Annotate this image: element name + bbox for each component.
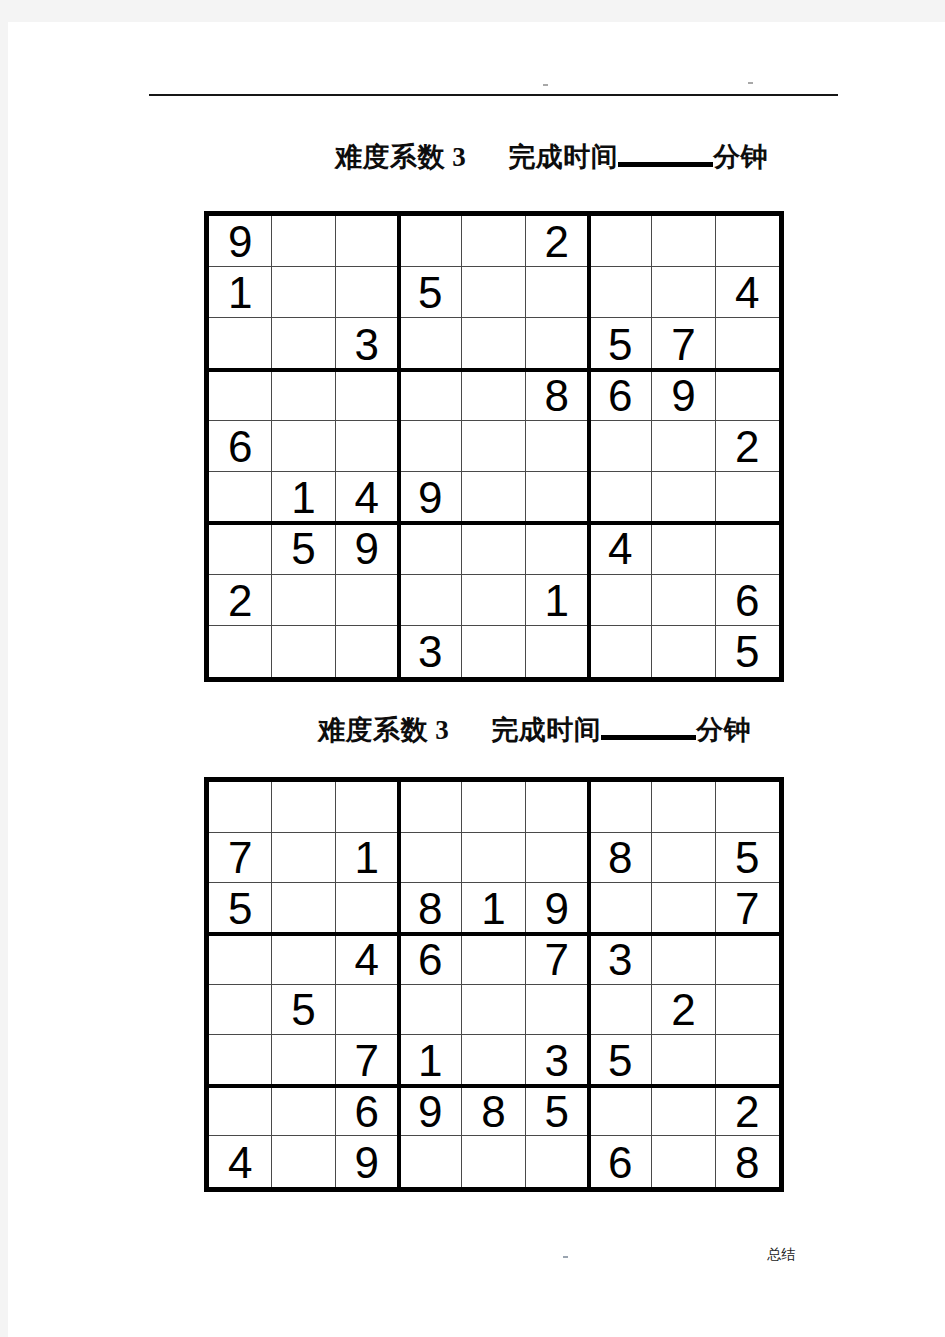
sudoku-cell-r7c7[interactable]: 4: [589, 523, 652, 574]
sudoku-cell-r8c2[interactable]: [272, 1136, 335, 1187]
sudoku-cell-r4c6[interactable]: 8: [526, 370, 589, 421]
summary-note: 总结: [767, 1246, 795, 1264]
sudoku-cell-r5c9[interactable]: 2: [716, 421, 779, 472]
sudoku-cell-r2c5[interactable]: [462, 833, 525, 884]
sudoku-cell-r5c3[interactable]: [336, 985, 399, 1036]
sudoku-cell-r8c8[interactable]: [652, 1136, 715, 1187]
header-rule: [149, 94, 838, 96]
sudoku-cell-r3c2[interactable]: [272, 883, 335, 934]
sudoku-cell-r2c8[interactable]: [652, 833, 715, 884]
document-canvas: 难度系数 3完成时间分钟 921543578696214959421635 难度…: [0, 0, 945, 1337]
sudoku-cell-r3c7[interactable]: 5: [589, 318, 652, 369]
sudoku-grid-2: 7185581974673527135698524968: [204, 777, 784, 1192]
sudoku-cell-r6c9[interactable]: [716, 1035, 779, 1086]
sudoku-cell-r7c6[interactable]: [526, 523, 589, 574]
sudoku-cell-r3c9[interactable]: [716, 318, 779, 369]
sudoku-cell-r4c8[interactable]: [652, 934, 715, 985]
sudoku-cell-r1c5[interactable]: [462, 216, 525, 267]
sudoku-cell-r5c4[interactable]: [399, 421, 462, 472]
sudoku-cell-r6c1[interactable]: [209, 1035, 272, 1086]
sudoku-cell-r4c3[interactable]: [336, 370, 399, 421]
minutes-label: 分钟: [696, 715, 751, 745]
sudoku-cell-r2c4[interactable]: [399, 833, 462, 884]
sudoku-cell-r7c4[interactable]: 9: [399, 1086, 462, 1137]
sudoku-cell-r3c7[interactable]: [589, 883, 652, 934]
sudoku-cell-r8c9[interactable]: 6: [716, 575, 779, 626]
sudoku-cell-r9c8[interactable]: [652, 626, 715, 677]
sudoku-cell-r1c7[interactable]: [589, 216, 652, 267]
sudoku-cell-r5c1[interactable]: [209, 985, 272, 1036]
sudoku-cell-r7c3[interactable]: 6: [336, 1086, 399, 1137]
sudoku-cell-r3c1[interactable]: 5: [209, 883, 272, 934]
sudoku-cell-r1c5[interactable]: [462, 782, 525, 833]
sudoku-cell-r4c4[interactable]: 6: [399, 934, 462, 985]
sudoku-cell-r2c8[interactable]: [652, 267, 715, 318]
sudoku-cell-r4c9[interactable]: [716, 934, 779, 985]
sudoku-cell-r4c2[interactable]: [272, 370, 335, 421]
sudoku-cell-r2c3[interactable]: [336, 267, 399, 318]
sudoku-cell-r7c5[interactable]: 8: [462, 1086, 525, 1137]
sudoku-cell-r7c1[interactable]: [209, 523, 272, 574]
sudoku-cell-r6c4[interactable]: 1: [399, 1035, 462, 1086]
sudoku-cell-r3c4[interactable]: 8: [399, 883, 462, 934]
sudoku-cell-r1c9[interactable]: [716, 782, 779, 833]
sudoku-cell-r9c3[interactable]: [336, 626, 399, 677]
difficulty-label: 难度系数 3: [318, 715, 449, 745]
sudoku-cell-r3c3[interactable]: 3: [336, 318, 399, 369]
sudoku-cell-r1c1[interactable]: 9: [209, 216, 272, 267]
sudoku-cell-r8c9[interactable]: 8: [716, 1136, 779, 1187]
completion-time-blank: [601, 735, 696, 740]
sudoku-cell-r2c1[interactable]: 1: [209, 267, 272, 318]
sudoku-cell-r3c2[interactable]: [272, 318, 335, 369]
sudoku-cell-r6c8[interactable]: [652, 472, 715, 523]
sudoku-cell-r6c4[interactable]: 9: [399, 472, 462, 523]
sudoku-cell-r5c5[interactable]: [462, 421, 525, 472]
puzzle-2-title: 难度系数 3完成时间分钟: [318, 713, 751, 747]
sudoku-cell-r7c8[interactable]: [652, 523, 715, 574]
sudoku-cell-r3c9[interactable]: 7: [716, 883, 779, 934]
sudoku-cell-r2c7[interactable]: 8: [589, 833, 652, 884]
sudoku-cell-r1c4[interactable]: [399, 216, 462, 267]
sudoku-cell-r4c2[interactable]: [272, 934, 335, 985]
sudoku-cell-r1c6[interactable]: 2: [526, 216, 589, 267]
completion-time-label: 完成时间: [508, 142, 618, 172]
sudoku-cell-r7c2[interactable]: [272, 1086, 335, 1137]
completion-time-label: 完成时间: [491, 715, 601, 745]
sudoku-cell-r6c8[interactable]: [652, 1035, 715, 1086]
sudoku-cell-r2c5[interactable]: [462, 267, 525, 318]
sudoku-cell-r9c9[interactable]: 5: [716, 626, 779, 677]
sudoku-cell-r9c7[interactable]: [589, 626, 652, 677]
sudoku-cell-r3c3[interactable]: [336, 883, 399, 934]
sudoku-cell-r6c3[interactable]: 4: [336, 472, 399, 523]
sudoku-cell-r2c3[interactable]: 1: [336, 833, 399, 884]
sudoku-cell-r5c1[interactable]: 6: [209, 421, 272, 472]
sudoku-cell-r1c8[interactable]: [652, 782, 715, 833]
sudoku-cell-r5c3[interactable]: [336, 421, 399, 472]
sudoku-cell-r7c3[interactable]: 9: [336, 523, 399, 574]
sudoku-cell-r5c6[interactable]: [526, 985, 589, 1036]
sudoku-cell-r4c5[interactable]: [462, 370, 525, 421]
sudoku-cell-r6c3[interactable]: 7: [336, 1035, 399, 1086]
sudoku-cell-r1c3[interactable]: [336, 782, 399, 833]
sudoku-cell-r5c2[interactable]: [272, 421, 335, 472]
sudoku-cell-r1c7[interactable]: [589, 782, 652, 833]
sudoku-cell-r5c7[interactable]: [589, 985, 652, 1036]
sudoku-cell-r3c1[interactable]: [209, 318, 272, 369]
sudoku-cell-r9c4[interactable]: 3: [399, 626, 462, 677]
sudoku-cell-r2c6[interactable]: [526, 267, 589, 318]
sudoku-cell-r8c4[interactable]: [399, 1136, 462, 1187]
sudoku-cell-r7c9[interactable]: 2: [716, 1086, 779, 1137]
sudoku-cell-r1c9[interactable]: [716, 216, 779, 267]
completion-time-blank: [618, 162, 713, 167]
difficulty-label: 难度系数 3: [335, 142, 466, 172]
sudoku-cell-r9c6[interactable]: [526, 626, 589, 677]
sudoku-cell-r1c6[interactable]: [526, 782, 589, 833]
sudoku-cell-r1c2[interactable]: [272, 782, 335, 833]
sudoku-cell-r5c8[interactable]: 2: [652, 985, 715, 1036]
sudoku-cell-r1c8[interactable]: [652, 216, 715, 267]
sudoku-cell-r4c1[interactable]: [209, 370, 272, 421]
sudoku-cell-r8c1[interactable]: 2: [209, 575, 272, 626]
sudoku-cell-r4c9[interactable]: [716, 370, 779, 421]
sudoku-cell-r8c6[interactable]: [526, 1136, 589, 1187]
sudoku-cell-r5c9[interactable]: [716, 985, 779, 1036]
sudoku-cell-r6c2[interactable]: [272, 1035, 335, 1086]
sudoku-cell-r4c6[interactable]: 7: [526, 934, 589, 985]
sudoku-cell-r8c4[interactable]: [399, 575, 462, 626]
sudoku-cell-r6c7[interactable]: 5: [589, 1035, 652, 1086]
sudoku-cell-r5c5[interactable]: [462, 985, 525, 1036]
sudoku-cell-r1c2[interactable]: [272, 216, 335, 267]
sudoku-cell-r2c7[interactable]: [589, 267, 652, 318]
sudoku-cell-r4c7[interactable]: 6: [589, 370, 652, 421]
sudoku-cell-r6c6[interactable]: 3: [526, 1035, 589, 1086]
sudoku-cell-r6c6[interactable]: [526, 472, 589, 523]
sudoku-cell-r5c2[interactable]: 5: [272, 985, 335, 1036]
puzzle-1-title: 难度系数 3完成时间分钟: [335, 140, 768, 174]
sudoku-cell-r7c8[interactable]: [652, 1086, 715, 1137]
sudoku-cell-r2c2[interactable]: [272, 833, 335, 884]
sudoku-cell-r3c6[interactable]: 9: [526, 883, 589, 934]
sudoku-cell-r6c1[interactable]: [209, 472, 272, 523]
sudoku-cell-r7c1[interactable]: [209, 1086, 272, 1137]
sudoku-cell-r3c4[interactable]: [399, 318, 462, 369]
sudoku-cell-r8c2[interactable]: [272, 575, 335, 626]
sudoku-cell-r8c6[interactable]: 1: [526, 575, 589, 626]
sudoku-cell-r2c1[interactable]: 7: [209, 833, 272, 884]
artifact-dot: [543, 84, 548, 86]
sudoku-cell-r7c5[interactable]: [462, 523, 525, 574]
sudoku-cell-r2c2[interactable]: [272, 267, 335, 318]
sudoku-cell-r5c6[interactable]: [526, 421, 589, 472]
sudoku-cell-r4c3[interactable]: 4: [336, 934, 399, 985]
sudoku-cell-r4c7[interactable]: 3: [589, 934, 652, 985]
sudoku-cell-r5c7[interactable]: [589, 421, 652, 472]
sudoku-cell-r8c5[interactable]: [462, 575, 525, 626]
artifact-dot: [563, 1256, 568, 1258]
sudoku-cell-r6c7[interactable]: [589, 472, 652, 523]
sudoku-cell-r6c2[interactable]: 1: [272, 472, 335, 523]
sudoku-cell-r2c4[interactable]: 5: [399, 267, 462, 318]
sudoku-cell-r8c3[interactable]: 9: [336, 1136, 399, 1187]
sudoku-cell-r5c8[interactable]: [652, 421, 715, 472]
sudoku-cell-r7c9[interactable]: [716, 523, 779, 574]
minutes-label: 分钟: [713, 142, 768, 172]
sudoku-cell-r4c4[interactable]: [399, 370, 462, 421]
sudoku-cell-r4c8[interactable]: 9: [652, 370, 715, 421]
sudoku-grid-1: 921543578696214959421635: [204, 211, 784, 682]
sudoku-cell-r2c6[interactable]: [526, 833, 589, 884]
sudoku-cell-r7c4[interactable]: [399, 523, 462, 574]
sudoku-cell-r7c2[interactable]: 5: [272, 523, 335, 574]
sudoku-cell-r8c3[interactable]: [336, 575, 399, 626]
sudoku-cell-r5c4[interactable]: [399, 985, 462, 1036]
artifact-dot: [748, 82, 753, 84]
sudoku-cell-r6c5[interactable]: [462, 1035, 525, 1086]
sudoku-cell-r4c1[interactable]: [209, 934, 272, 985]
sudoku-cell-r6c5[interactable]: [462, 472, 525, 523]
sudoku-cell-r8c8[interactable]: [652, 575, 715, 626]
sudoku-cell-r3c8[interactable]: [652, 883, 715, 934]
sudoku-cell-r1c1[interactable]: [209, 782, 272, 833]
sudoku-cell-r7c6[interactable]: 5: [526, 1086, 589, 1137]
sudoku-cell-r4c5[interactable]: [462, 934, 525, 985]
sudoku-cell-r8c7[interactable]: 6: [589, 1136, 652, 1187]
sudoku-cell-r1c4[interactable]: [399, 782, 462, 833]
sudoku-cell-r2c9[interactable]: 5: [716, 833, 779, 884]
sudoku-cell-r9c2[interactable]: [272, 626, 335, 677]
sudoku-cell-r3c5[interactable]: 1: [462, 883, 525, 934]
sudoku-cell-r3c8[interactable]: 7: [652, 318, 715, 369]
sudoku-cell-r8c5[interactable]: [462, 1136, 525, 1187]
sudoku-cell-r9c5[interactable]: [462, 626, 525, 677]
sudoku-cell-r8c1[interactable]: 4: [209, 1136, 272, 1187]
sudoku-cell-r8c7[interactable]: [589, 575, 652, 626]
sudoku-cell-r7c7[interactable]: [589, 1086, 652, 1137]
sudoku-cell-r6c9[interactable]: [716, 472, 779, 523]
sudoku-cell-r3c6[interactable]: [526, 318, 589, 369]
sudoku-cell-r9c1[interactable]: [209, 626, 272, 677]
sudoku-cell-r3c5[interactable]: [462, 318, 525, 369]
sudoku-cell-r1c3[interactable]: [336, 216, 399, 267]
sudoku-cell-r2c9[interactable]: 4: [716, 267, 779, 318]
